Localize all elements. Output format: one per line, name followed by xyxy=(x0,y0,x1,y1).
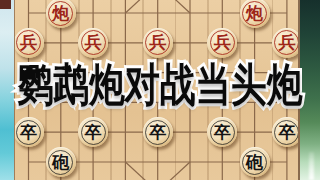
piece-black-cannon[interactable]: 砲 xyxy=(240,147,270,177)
piece-label: 兵 xyxy=(20,34,37,51)
piece-red-cannon[interactable]: 炮 xyxy=(46,0,76,28)
piece-red-soldier[interactable]: 兵 xyxy=(78,28,108,58)
piece-label: 炮 xyxy=(246,5,263,22)
piece-red-soldier[interactable]: 兵 xyxy=(14,28,44,58)
piece-red-soldier[interactable]: 兵 xyxy=(272,28,300,58)
piece-label: 卒 xyxy=(85,124,102,141)
piece-black-cannon[interactable]: 砲 xyxy=(46,147,76,177)
video-frame: 炮炮兵兵兵兵兵卒卒卒卒卒砲砲 鹦鹉炮对战当头炮 xyxy=(0,0,320,180)
piece-label: 卒 xyxy=(278,124,295,141)
piece-label: 兵 xyxy=(149,34,166,51)
piece-label: 砲 xyxy=(246,154,263,171)
piece-label: 兵 xyxy=(278,34,295,51)
piece-red-soldier[interactable]: 兵 xyxy=(143,28,173,58)
piece-label: 砲 xyxy=(52,154,69,171)
xiangqi-board[interactable]: 炮炮兵兵兵兵兵卒卒卒卒卒砲砲 xyxy=(14,0,300,180)
piece-label: 卒 xyxy=(214,124,231,141)
piece-label: 兵 xyxy=(85,34,102,51)
piece-red-soldier[interactable]: 兵 xyxy=(207,28,237,58)
piece-label: 卒 xyxy=(149,124,166,141)
waterfall-highlight xyxy=(309,152,314,180)
piece-label: 卒 xyxy=(20,124,37,141)
piece-black-soldier[interactable]: 卒 xyxy=(143,117,173,147)
piece-red-cannon[interactable]: 炮 xyxy=(240,0,270,28)
piece-label: 兵 xyxy=(214,34,231,51)
piece-label: 炮 xyxy=(52,5,69,22)
background-rock xyxy=(0,0,11,9)
piece-black-soldier[interactable]: 卒 xyxy=(14,117,44,147)
piece-black-soldier[interactable]: 卒 xyxy=(272,117,300,147)
background-left-scenery xyxy=(0,0,14,180)
